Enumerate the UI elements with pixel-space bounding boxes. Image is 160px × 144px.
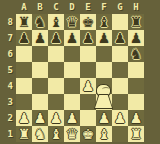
file-label-d: D	[64, 1, 80, 13]
square-a8[interactable]: ♜	[16, 14, 32, 30]
square-f1[interactable]: ♝	[96, 126, 112, 142]
board: ♜♞♝♛♚♝♜♟♟♟♟♟♟♟♟♞♟♟♟♟♟♟♟♟♜♞♝♛♚♝♜	[16, 14, 144, 142]
piece-black-pawn[interactable]: ♟	[64, 30, 80, 46]
square-g5[interactable]	[112, 62, 128, 78]
square-f6[interactable]	[96, 46, 112, 62]
rank-label-8: 8	[0, 14, 15, 30]
square-h1[interactable]: ♜	[128, 126, 144, 142]
piece-black-queen[interactable]: ♛	[64, 14, 80, 30]
rank-labels: 87654321	[0, 14, 15, 142]
square-g4[interactable]	[112, 78, 128, 94]
piece-black-pawn[interactable]: ♟	[32, 30, 48, 46]
file-label-c: C	[48, 1, 64, 13]
square-h7[interactable]: ♟	[128, 30, 144, 46]
piece-black-rook[interactable]: ♜	[128, 14, 144, 30]
piece-black-rook[interactable]: ♜	[16, 14, 32, 30]
file-label-f: F	[96, 1, 112, 13]
file-label-a: A	[16, 1, 32, 13]
piece-white-queen[interactable]: ♛	[64, 126, 80, 142]
square-b8[interactable]: ♞	[32, 14, 48, 30]
rank-label-2: 2	[0, 110, 15, 126]
square-g6[interactable]	[112, 46, 128, 62]
file-label-h: H	[128, 1, 144, 13]
square-a4[interactable]	[16, 78, 32, 94]
square-b6[interactable]	[32, 46, 48, 62]
square-g1[interactable]	[112, 126, 128, 142]
piece-white-rook[interactable]: ♜	[16, 126, 32, 142]
hand-knuckle-line	[102, 87, 110, 92]
piece-black-pawn[interactable]: ♟	[112, 30, 128, 46]
square-a1[interactable]: ♜	[16, 126, 32, 142]
piece-white-bishop[interactable]: ♝	[48, 126, 64, 142]
square-f2[interactable]: ♟	[96, 110, 112, 126]
square-b4[interactable]	[32, 78, 48, 94]
game-screen: ABCDEFGH 87654321 ♜♞♝♛♚♝♜♟♟♟♟♟♟♟♟♞♟♟♟♟♟♟…	[0, 0, 160, 144]
square-f5[interactable]	[96, 62, 112, 78]
piece-white-pawn[interactable]: ♟	[32, 110, 48, 126]
piece-black-pawn[interactable]: ♟	[16, 30, 32, 46]
piece-white-pawn[interactable]: ♟	[96, 110, 112, 126]
square-d3[interactable]	[64, 94, 80, 110]
square-d8[interactable]: ♛	[64, 14, 80, 30]
piece-black-knight[interactable]: ♞	[128, 46, 144, 62]
square-c6[interactable]	[48, 46, 64, 62]
piece-black-pawn[interactable]: ♟	[128, 30, 144, 46]
square-g8[interactable]	[112, 14, 128, 30]
square-g7[interactable]: ♟	[112, 30, 128, 46]
piece-white-pawn[interactable]: ♟	[128, 110, 144, 126]
square-b3[interactable]	[32, 94, 48, 110]
piece-white-pawn[interactable]: ♟	[112, 110, 128, 126]
piece-white-rook[interactable]: ♜	[128, 126, 144, 142]
square-b5[interactable]	[32, 62, 48, 78]
rank-label-7: 7	[0, 30, 15, 46]
hand-cuff	[95, 95, 112, 108]
square-d6[interactable]	[64, 46, 80, 62]
piece-white-bishop[interactable]: ♝	[96, 126, 112, 142]
square-a2[interactable]: ♟	[16, 110, 32, 126]
hand-cursor[interactable]	[94, 84, 113, 109]
square-a7[interactable]: ♟	[16, 30, 32, 46]
square-f7[interactable]: ♟	[96, 30, 112, 46]
square-f8[interactable]: ♝	[96, 14, 112, 30]
square-e6[interactable]	[80, 46, 96, 62]
square-e5[interactable]	[80, 62, 96, 78]
rank-label-6: 6	[0, 46, 15, 62]
square-h8[interactable]: ♜	[128, 14, 144, 30]
piece-white-king[interactable]: ♚	[80, 126, 96, 142]
square-d7[interactable]: ♟	[64, 30, 80, 46]
square-g3[interactable]	[112, 94, 128, 110]
piece-black-bishop[interactable]: ♝	[48, 14, 64, 30]
square-h6[interactable]: ♞	[128, 46, 144, 62]
square-b1[interactable]: ♞	[32, 126, 48, 142]
square-h4[interactable]	[128, 78, 144, 94]
rank-label-4: 4	[0, 78, 15, 94]
file-labels: ABCDEFGH	[16, 1, 144, 13]
piece-white-pawn[interactable]: ♟	[48, 110, 64, 126]
piece-black-knight[interactable]: ♞	[32, 14, 48, 30]
square-e1[interactable]: ♚	[80, 126, 96, 142]
square-d4[interactable]	[64, 78, 80, 94]
piece-black-bishop[interactable]: ♝	[96, 14, 112, 30]
square-c3[interactable]	[48, 94, 64, 110]
square-e7[interactable]: ♟	[80, 30, 96, 46]
square-a6[interactable]	[16, 46, 32, 62]
square-d5[interactable]	[64, 62, 80, 78]
square-c7[interactable]: ♟	[48, 30, 64, 46]
piece-black-pawn[interactable]: ♟	[80, 30, 96, 46]
square-c1[interactable]: ♝	[48, 126, 64, 142]
square-h5[interactable]	[128, 62, 144, 78]
piece-black-king[interactable]: ♚	[80, 14, 96, 30]
square-e8[interactable]: ♚	[80, 14, 96, 30]
square-h2[interactable]: ♟	[128, 110, 144, 126]
square-b7[interactable]: ♟	[32, 30, 48, 46]
piece-black-pawn[interactable]: ♟	[96, 30, 112, 46]
square-c4[interactable]	[48, 78, 64, 94]
file-label-b: B	[32, 1, 48, 13]
square-c8[interactable]: ♝	[48, 14, 64, 30]
square-g2[interactable]: ♟	[112, 110, 128, 126]
piece-white-pawn[interactable]: ♟	[16, 110, 32, 126]
square-b2[interactable]: ♟	[32, 110, 48, 126]
piece-white-knight[interactable]: ♞	[32, 126, 48, 142]
square-c2[interactable]: ♟	[48, 110, 64, 126]
square-e2[interactable]	[80, 110, 96, 126]
square-a3[interactable]	[16, 94, 32, 110]
piece-white-pawn[interactable]: ♟	[64, 110, 80, 126]
square-c5[interactable]	[48, 62, 64, 78]
square-d1[interactable]: ♛	[64, 126, 80, 142]
file-label-g: G	[112, 1, 128, 13]
rank-label-5: 5	[0, 62, 15, 78]
square-a5[interactable]	[16, 62, 32, 78]
file-label-e: E	[80, 1, 96, 13]
square-h3[interactable]	[128, 94, 144, 110]
square-d2[interactable]: ♟	[64, 110, 80, 126]
rank-label-3: 3	[0, 94, 15, 110]
rank-label-1: 1	[0, 126, 15, 142]
piece-black-pawn[interactable]: ♟	[48, 30, 64, 46]
